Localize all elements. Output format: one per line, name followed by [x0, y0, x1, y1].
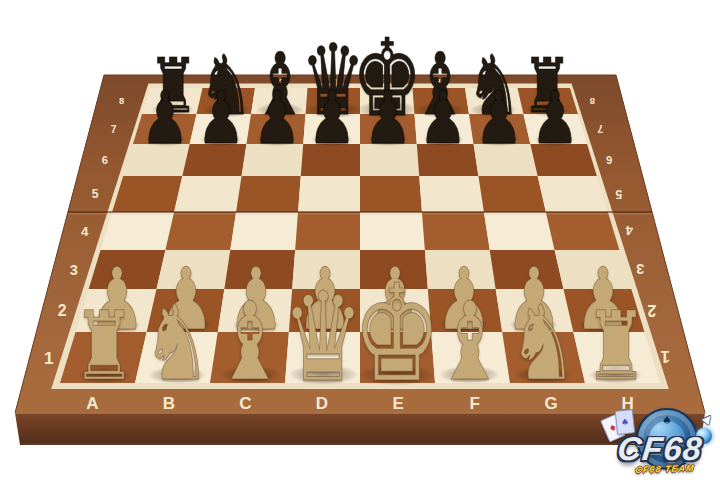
piece-white-knight-g1[interactable]: ♞ [508, 292, 577, 396]
square-c4[interactable] [230, 212, 298, 250]
piece-black-pawn-b7[interactable]: ♟ [197, 81, 245, 154]
piece-black-pawn-g7[interactable]: ♟ [475, 81, 523, 154]
square-h4[interactable] [546, 212, 620, 250]
rank-label-right-7: 7 [597, 123, 603, 134]
rank-label-right-2: 2 [647, 302, 656, 319]
rank-label-left-2: 2 [58, 302, 67, 319]
square-f5[interactable] [419, 176, 484, 212]
rank-label-left-8: 8 [119, 95, 124, 106]
chess-set-photo: 8877665544332211AABBCCDDEEFFGGHH ♜♞♝♛♚♝♞… [0, 0, 720, 480]
spade-suit-icon: ♠ [620, 417, 629, 428]
piece-black-pawn-e7[interactable]: ♟ [364, 81, 412, 154]
piece-black-pawn-a7[interactable]: ♟ [141, 81, 189, 154]
rank-label-left-3: 3 [70, 262, 78, 278]
rank-label-left-1: 1 [44, 348, 54, 368]
piece-white-rook-a1[interactable]: ♜ [73, 299, 136, 394]
rank-label-left-6: 6 [102, 154, 108, 166]
square-e4[interactable] [360, 212, 425, 250]
square-c5[interactable] [236, 176, 301, 212]
rank-label-right-8: 8 [590, 96, 595, 107]
rank-label-right-6: 6 [606, 154, 612, 166]
piece-white-knight-b1[interactable]: ♞ [143, 292, 212, 396]
arrow-icon: ▲ [701, 411, 716, 426]
square-f4[interactable] [422, 212, 490, 250]
logo-subtitle: CF68 TEAM [619, 462, 710, 475]
piece-white-king-e1[interactable]: ♚ [352, 268, 441, 402]
square-d5[interactable] [298, 176, 360, 212]
spade-suit-icon: ♠ [662, 414, 672, 427]
square-b4[interactable] [165, 212, 236, 250]
rank-label-left-4: 4 [81, 224, 89, 239]
piece-white-bishop-c1[interactable]: ♝ [215, 288, 287, 396]
rank-label-right-3: 3 [636, 261, 644, 277]
square-b5[interactable] [174, 176, 241, 212]
square-e5[interactable] [360, 176, 422, 212]
square-h5[interactable] [538, 176, 608, 212]
piece-white-bishop-f1[interactable]: ♝ [434, 288, 506, 396]
piece-black-pawn-d7[interactable]: ♟ [308, 81, 356, 154]
rank-label-right-4: 4 [625, 223, 633, 238]
square-d4[interactable] [295, 212, 360, 250]
square-g5[interactable] [478, 176, 545, 212]
square-g4[interactable] [484, 212, 555, 250]
cf68-logo[interactable]: ♠ ♦ ♠ ▲ CF68 CF68 TEAM [598, 406, 720, 480]
square-a5[interactable] [112, 176, 182, 212]
piece-black-pawn-h7[interactable]: ♟ [530, 81, 578, 154]
rank-label-right-1: 1 [660, 347, 670, 367]
rank-label-right-5: 5 [615, 187, 622, 201]
rank-label-left-7: 7 [111, 124, 117, 135]
rank-label-left-5: 5 [92, 187, 99, 201]
square-a4[interactable] [101, 212, 175, 250]
piece-black-pawn-c7[interactable]: ♟ [252, 81, 300, 154]
piece-black-pawn-f7[interactable]: ♟ [419, 81, 467, 154]
piece-white-rook-h1[interactable]: ♜ [584, 299, 647, 394]
